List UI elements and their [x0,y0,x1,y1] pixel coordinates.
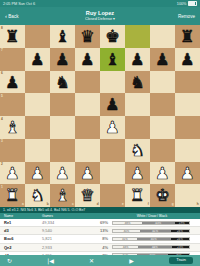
white-wins-segment: 31% [113,238,137,240]
square-d1[interactable]: ♛d [75,184,100,207]
bottom-toolbar: ↻|◀✕▶Train [0,255,200,266]
header-games: Games [42,213,86,219]
square-g1[interactable]: ♚g [150,184,175,207]
square-e4[interactable]: ♟ [100,116,125,139]
result-bar: 35%41%24% [112,229,190,233]
white-wins-segment: 33% [113,246,138,248]
square-a1[interactable]: ♜1a [0,184,25,207]
page-title: Ruy Lopez [86,10,114,17]
square-a4[interactable]: ♝4 [0,116,25,139]
variation-label: Closed Defense [85,17,112,21]
white-wins-segment: 38% [113,222,142,224]
square-a2[interactable]: ♟2 [0,162,25,185]
remove-button[interactable]: Remove [178,14,195,19]
square-f8[interactable] [125,25,150,48]
explorer-row-d4[interactable]: d41,2552%32%40%28% [0,252,200,255]
square-e8[interactable]: ♚ [100,25,125,48]
square-e1[interactable]: e [100,184,125,207]
white-pawn[interactable]: ♟ [50,162,75,185]
square-f6[interactable]: ♞ [125,71,150,94]
square-e2[interactable] [100,162,125,185]
black-wins-segment: 23% [172,246,189,248]
coordinate-label: 4 [1,117,3,121]
white-pawn[interactable]: ♟ [100,116,125,139]
square-a6[interactable]: ♟6 [0,71,25,94]
move-frequency: 13% [86,228,112,233]
square-g6[interactable] [150,71,175,94]
square-h8[interactable]: ♜ [175,25,200,48]
square-d5[interactable] [75,93,100,116]
square-h2[interactable]: ♟ [175,162,200,185]
square-d3[interactable] [75,139,100,162]
square-d8[interactable]: ♛ [75,25,100,48]
square-b8[interactable] [25,25,50,48]
black-pawn[interactable]: ♟ [50,48,75,71]
header-result: White / Draw / Black [112,213,192,219]
black-knight[interactable]: ♞ [125,71,150,94]
flip-board-icon[interactable]: ↻ [7,255,12,266]
white-wins-segment: 35% [113,230,140,232]
black-knight[interactable]: ♞ [50,71,75,94]
back-button[interactable]: ‹ Back [5,13,19,19]
square-b4[interactable] [25,116,50,139]
square-d6[interactable] [75,71,100,94]
square-b2[interactable]: ♟ [25,162,50,185]
square-h1[interactable]: h [175,184,200,207]
white-pawn[interactable]: ♟ [175,162,200,185]
black-wins-segment: 28% [168,254,189,255]
white-pawn[interactable]: ♟ [150,162,175,185]
square-g5[interactable] [150,93,175,116]
games-count: 5,821 [42,236,86,241]
square-f5[interactable] [125,93,150,116]
games-count: 49,334 [42,220,86,225]
step-forward-icon[interactable]: ▶ [129,255,134,266]
white-knight[interactable]: ♞ [125,139,150,162]
square-h4[interactable] [175,116,200,139]
black-king[interactable]: ♚ [100,25,125,48]
black-pawn[interactable]: ♟ [75,48,100,71]
square-b3[interactable] [25,139,50,162]
square-e5[interactable]: ♟ [100,93,125,116]
coordinate-label: b [47,202,49,206]
chevron-left-icon: ‹ [5,13,7,19]
black-pawn[interactable]: ♟ [125,48,150,71]
square-h7[interactable]: ♟ [175,48,200,71]
white-pawn[interactable]: ♟ [25,162,50,185]
coordinate-label: e [122,202,124,206]
square-c4[interactable] [50,116,75,139]
black-bishop[interactable]: ♝ [100,48,125,71]
move-name: d3 [0,228,42,233]
square-d7[interactable]: ♟ [75,48,100,71]
back-label: Back [8,14,18,19]
coordinate-label: 5 [1,94,3,98]
move-frequency: 4% [86,245,112,250]
black-wins-segment: 24% [171,230,189,232]
white-rook[interactable]: ♜ [125,184,150,207]
result-bar: 32%40%28% [112,253,190,255]
square-g4[interactable] [150,116,175,139]
status-time: 2:05 PM Sun Oct 6 [3,2,35,6]
chess-board[interactable]: ♜8♝♛♚♜7♟♟♟♝♟♟♟♟6♞♞5♟♝4♟3♞♟2♟♟♟♟♟♟♜1a♞b♝c… [0,25,200,207]
square-h3[interactable] [175,139,200,162]
draw-segment: 40% [137,254,167,255]
coordinate-label: 2 [1,162,3,166]
square-f3[interactable]: ♞ [125,139,150,162]
draw-segment: 45% [137,238,171,240]
explorer-row-Re1[interactable]: Re149,33469%38%43%19% [0,219,200,227]
skip-start-icon[interactable]: |◀ [47,255,54,266]
white-pawn[interactable]: ♟ [125,162,150,185]
square-h6[interactable] [175,71,200,94]
explorer-row-Qe2[interactable]: Qe22,9334%33%44%23% [0,244,200,252]
square-c5[interactable] [50,93,75,116]
draw-segment: 44% [138,246,171,248]
coordinate-label: d [97,202,99,206]
black-bishop[interactable]: ♝ [50,25,75,48]
coordinate-label: f [148,202,149,206]
square-g8[interactable] [150,25,175,48]
square-a3[interactable]: 3 [0,139,25,162]
square-c7[interactable]: ♟ [50,48,75,71]
draw-segment: 41% [140,230,171,232]
games-count: 9,540 [42,228,86,233]
header-name: Name [0,213,42,219]
white-pawn[interactable]: ♟ [0,162,25,185]
square-d2[interactable]: ♟ [75,162,100,185]
square-g7[interactable]: ♟ [150,48,175,71]
status-bar: 2:05 PM Sun Oct 6 100% [0,0,200,7]
move-frequency: 69% [86,220,112,225]
black-pawn[interactable]: ♟ [0,71,25,94]
coordinate-label: 8 [1,26,3,30]
draw-segment: 43% [142,222,175,224]
step-back-icon[interactable]: ✕ [89,255,94,266]
nav-bar: ‹ Back Ruy Lopez Closed Defense ▾ Remove [0,7,200,25]
square-f7[interactable]: ♟ [125,48,150,71]
square-e3[interactable] [100,139,125,162]
move-name: Qe2 [0,245,42,250]
move-name: Bxc6 [0,236,42,241]
result-bar: 38%43%19% [112,221,190,225]
coordinate-label: g [172,202,174,206]
result-bar: 33%44%23% [112,245,190,249]
explorer-row-d3[interactable]: d39,54013%35%41%24% [0,227,200,235]
square-a5[interactable]: 5 [0,93,25,116]
white-pawn[interactable]: ♟ [75,162,100,185]
square-f2[interactable]: ♟ [125,162,150,185]
square-c1[interactable]: ♝c [50,184,75,207]
square-b5[interactable] [25,93,50,116]
coordinate-label: 6 [1,71,3,75]
square-a7[interactable]: 7 [0,48,25,71]
square-b7[interactable]: ♟ [25,48,50,71]
white-bishop[interactable]: ♝ [0,116,25,139]
square-d4[interactable] [75,116,100,139]
square-f1[interactable]: ♜f [125,184,150,207]
square-h5[interactable] [175,93,200,116]
square-b6[interactable] [25,71,50,94]
square-c8[interactable]: ♝ [50,25,75,48]
square-a8[interactable]: ♜8 [0,25,25,48]
square-c6[interactable]: ♞ [50,71,75,94]
games-count: 2,933 [42,245,86,250]
black-pawn[interactable]: ♟ [150,48,175,71]
battery-icon [188,1,197,6]
black-pawn[interactable]: ♟ [175,48,200,71]
square-f4[interactable] [125,116,150,139]
square-c3[interactable] [50,139,75,162]
black-rook[interactable]: ♜ [175,25,200,48]
coordinate-label: 7 [1,48,3,52]
explorer-table: Re149,33469%38%43%19%d39,54013%35%41%24%… [0,219,200,255]
black-rook[interactable]: ♜ [0,25,25,48]
explorer-row-Bxc6[interactable]: Bxc65,8218%31%45%24% [0,235,200,243]
square-b1[interactable]: ♞b [25,184,50,207]
coordinate-label: 1 [1,185,3,189]
coordinate-label: 3 [1,139,3,143]
move-frequency: 8% [86,236,112,241]
train-button[interactable]: Train [169,257,193,264]
black-queen[interactable]: ♛ [75,25,100,48]
black-wins-segment: 19% [175,222,189,224]
chess-app-window: 2:05 PM Sun Oct 6 100% ‹ Back Ruy Lopez … [0,0,200,266]
coordinate-label: c [72,202,74,206]
square-c2[interactable]: ♟ [50,162,75,185]
square-e6[interactable] [100,71,125,94]
variation-selector[interactable]: Closed Defense ▾ [85,17,115,22]
square-g3[interactable] [150,139,175,162]
square-e7[interactable]: ♝ [100,48,125,71]
result-bar: 31%45%24% [112,237,190,241]
chevron-down-icon: ▾ [113,17,115,21]
black-wins-segment: 24% [171,238,189,240]
coordinate-label: h [197,202,199,206]
battery-percent: 100% [177,2,187,6]
square-g2[interactable]: ♟ [150,162,175,185]
black-pawn[interactable]: ♟ [100,93,125,116]
coordinate-label: a [22,202,24,206]
black-pawn[interactable]: ♟ [25,48,50,71]
move-name: Re1 [0,220,42,225]
